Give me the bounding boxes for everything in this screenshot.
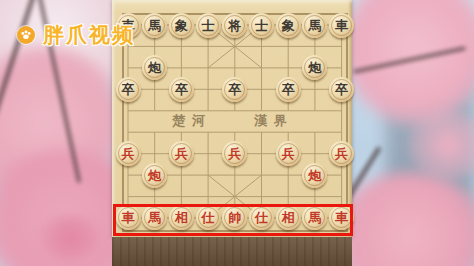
piece-red-cannon[interactable]: 炮 — [142, 163, 167, 188]
piece-glyph: 士 — [198, 15, 219, 36]
cherry-blossom-right-top — [342, 0, 474, 125]
piece-black-soldier[interactable]: 卒 — [329, 77, 354, 102]
paw-icon — [17, 26, 35, 44]
piece-black-elephant[interactable]: 象 — [169, 13, 194, 38]
piece-red-cannon[interactable]: 炮 — [302, 163, 327, 188]
xiangqi-board[interactable]: 楚河 漢界 車馬象士将士象馬車炮炮卒卒卒卒卒兵兵兵兵兵炮炮車馬相仕帥仕相馬車 — [112, 0, 352, 238]
piece-black-chariot[interactable]: 車 — [329, 13, 354, 38]
piece-glyph: 炮 — [144, 165, 165, 186]
piece-red-soldier[interactable]: 兵 — [116, 141, 141, 166]
piece-black-soldier[interactable]: 卒 — [116, 77, 141, 102]
piece-glyph: 兵 — [331, 143, 352, 164]
piece-glyph: 卒 — [278, 79, 299, 100]
logo: 胖爪视频 — [17, 21, 135, 49]
piece-black-horse[interactable]: 馬 — [142, 13, 167, 38]
highlight-red-back-rank — [113, 204, 353, 236]
video-frame: 楚河 漢界 車馬象士将士象馬車炮炮卒卒卒卒卒兵兵兵兵兵炮炮車馬相仕帥仕相馬車 胖… — [0, 0, 474, 266]
piece-glyph: 卒 — [224, 79, 245, 100]
piece-glyph: 兵 — [224, 143, 245, 164]
piece-glyph: 卒 — [118, 79, 139, 100]
river-label-chu: 楚河 — [160, 112, 224, 130]
piece-glyph: 卒 — [171, 79, 192, 100]
piece-glyph: 兵 — [278, 143, 299, 164]
piece-black-advisor[interactable]: 士 — [249, 13, 274, 38]
piece-glyph: 将 — [224, 15, 245, 36]
piece-black-soldier[interactable]: 卒 — [222, 77, 247, 102]
piece-glyph: 象 — [171, 15, 192, 36]
piece-red-soldier[interactable]: 兵 — [276, 141, 301, 166]
wooden-table — [112, 237, 352, 266]
piece-black-soldier[interactable]: 卒 — [169, 77, 194, 102]
cherry-blossom-accent-bottom-left — [40, 215, 100, 260]
piece-glyph: 象 — [278, 15, 299, 36]
piece-black-elephant[interactable]: 象 — [276, 13, 301, 38]
piece-glyph: 炮 — [304, 57, 325, 78]
piece-black-horse[interactable]: 馬 — [302, 13, 327, 38]
piece-glyph: 炮 — [304, 165, 325, 186]
piece-red-soldier[interactable]: 兵 — [169, 141, 194, 166]
logo-text: 胖爪视频 — [43, 21, 135, 49]
piece-glyph: 炮 — [144, 57, 165, 78]
piece-glyph: 卒 — [331, 79, 352, 100]
piece-glyph: 車 — [331, 15, 352, 36]
piece-glyph: 士 — [251, 15, 272, 36]
piece-glyph: 兵 — [118, 143, 139, 164]
piece-glyph: 兵 — [171, 143, 192, 164]
piece-black-general[interactable]: 将 — [222, 13, 247, 38]
piece-black-advisor[interactable]: 士 — [196, 13, 221, 38]
river-label-han: 漢界 — [242, 112, 306, 130]
piece-glyph: 馬 — [144, 15, 165, 36]
piece-black-soldier[interactable]: 卒 — [276, 77, 301, 102]
piece-glyph: 馬 — [304, 15, 325, 36]
